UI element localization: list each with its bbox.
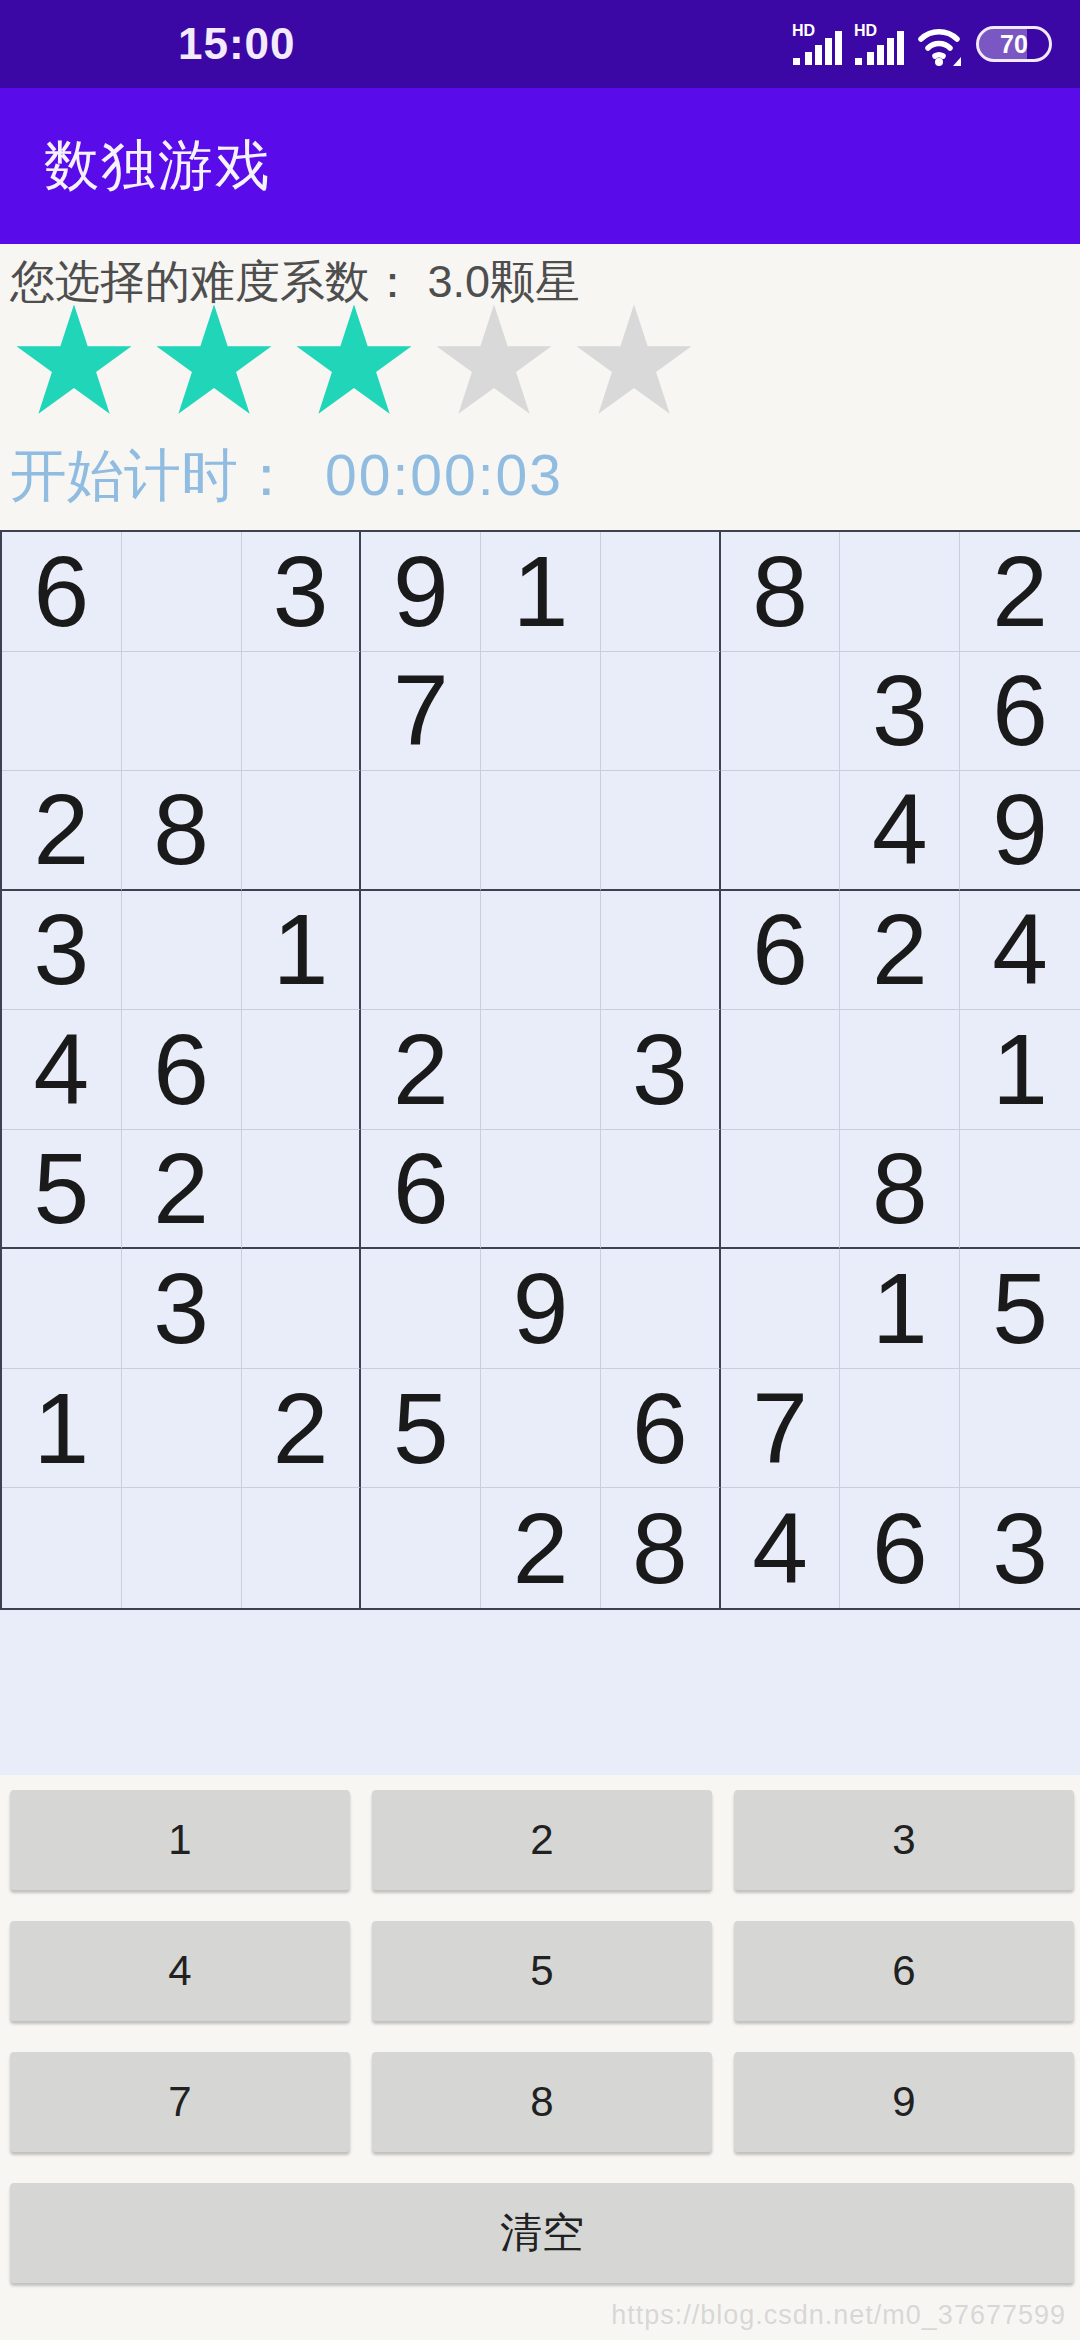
keypad-button-4[interactable]: 4 bbox=[10, 1921, 350, 2021]
star-filled-icon[interactable]: ★ bbox=[4, 284, 144, 439]
sudoku-cell[interactable]: 8 bbox=[840, 1130, 960, 1250]
sudoku-cell[interactable]: 8 bbox=[601, 1488, 721, 1608]
sudoku-cell[interactable]: 2 bbox=[840, 891, 960, 1011]
status-bar: 15:00 HD HD bbox=[0, 0, 1080, 88]
clear-button[interactable]: 清空 bbox=[10, 2183, 1074, 2283]
sudoku-cell[interactable]: 1 bbox=[481, 532, 601, 652]
keypad-button-8[interactable]: 8 bbox=[372, 2052, 712, 2152]
star-empty-icon[interactable]: ★ bbox=[424, 284, 564, 439]
sudoku-cell[interactable]: 2 bbox=[481, 1488, 601, 1608]
sudoku-cell[interactable]: 1 bbox=[242, 891, 362, 1011]
difficulty-rating-bar[interactable]: ★★★★★ bbox=[4, 284, 704, 439]
sudoku-cell[interactable]: 3 bbox=[2, 891, 122, 1011]
sudoku-cell[interactable]: 2 bbox=[960, 532, 1080, 652]
battery-icon: 70 bbox=[976, 26, 1052, 62]
sudoku-cell[interactable] bbox=[481, 891, 601, 1011]
star-empty-icon[interactable]: ★ bbox=[564, 284, 704, 439]
clock-text: 15:00 bbox=[178, 0, 296, 88]
hd-signal-icon: HD bbox=[792, 21, 842, 67]
sudoku-cell[interactable]: 3 bbox=[840, 652, 960, 772]
sudoku-cell[interactable] bbox=[481, 771, 601, 891]
sudoku-cell[interactable] bbox=[122, 1369, 242, 1489]
keypad-button-3[interactable]: 3 bbox=[734, 1790, 1074, 1890]
sudoku-cell[interactable] bbox=[122, 532, 242, 652]
sudoku-board: 6391827362849316244623152683915125672846… bbox=[0, 530, 1080, 1775]
sudoku-cell[interactable]: 4 bbox=[2, 1010, 122, 1130]
keypad-button-2[interactable]: 2 bbox=[372, 1790, 712, 1890]
sudoku-cell[interactable] bbox=[960, 1369, 1080, 1489]
timer-label: 开始计时： bbox=[10, 443, 295, 507]
sudoku-cell[interactable]: 8 bbox=[721, 532, 841, 652]
sudoku-cell[interactable] bbox=[960, 1130, 1080, 1250]
sudoku-cell[interactable]: 3 bbox=[242, 532, 362, 652]
sudoku-cell[interactable] bbox=[361, 1249, 481, 1369]
sudoku-cell[interactable] bbox=[242, 1488, 362, 1608]
sudoku-cell[interactable] bbox=[2, 652, 122, 772]
app-bar: 数独游戏 bbox=[0, 88, 1080, 244]
sudoku-cell[interactable] bbox=[721, 771, 841, 891]
timer: 开始计时：00:00:03 bbox=[10, 438, 563, 515]
sudoku-cell[interactable] bbox=[481, 1369, 601, 1489]
sudoku-cell[interactable] bbox=[840, 1010, 960, 1130]
sudoku-cell[interactable]: 6 bbox=[721, 891, 841, 1011]
sudoku-cell[interactable]: 5 bbox=[361, 1369, 481, 1489]
sudoku-cell[interactable]: 2 bbox=[242, 1369, 362, 1489]
sudoku-cell[interactable] bbox=[242, 1010, 362, 1130]
sudoku-cell[interactable]: 4 bbox=[840, 771, 960, 891]
sudoku-cell[interactable] bbox=[122, 652, 242, 772]
sudoku-cell[interactable] bbox=[361, 771, 481, 891]
sudoku-cell[interactable]: 6 bbox=[2, 532, 122, 652]
wifi-icon bbox=[916, 20, 964, 68]
sudoku-cell[interactable]: 7 bbox=[721, 1369, 841, 1489]
sudoku-cell[interactable]: 3 bbox=[601, 1010, 721, 1130]
sudoku-cell[interactable] bbox=[242, 771, 362, 891]
keypad-button-7[interactable]: 7 bbox=[10, 2052, 350, 2152]
sudoku-cell[interactable]: 2 bbox=[122, 1130, 242, 1250]
battery-percent: 70 bbox=[1000, 30, 1028, 59]
sudoku-cell[interactable] bbox=[601, 532, 721, 652]
sudoku-cell[interactable]: 5 bbox=[2, 1130, 122, 1250]
sudoku-cell[interactable]: 6 bbox=[960, 652, 1080, 772]
sudoku-cell[interactable]: 7 bbox=[361, 652, 481, 772]
sudoku-cell[interactable]: 6 bbox=[840, 1488, 960, 1608]
sudoku-cell[interactable] bbox=[721, 1130, 841, 1250]
sudoku-app-screen: 15:00 HD HD bbox=[0, 0, 1080, 2340]
sudoku-cell[interactable]: 4 bbox=[960, 891, 1080, 1011]
sudoku-cell[interactable]: 6 bbox=[122, 1010, 242, 1130]
sudoku-cell[interactable] bbox=[840, 1369, 960, 1489]
star-filled-icon[interactable]: ★ bbox=[284, 284, 424, 439]
sudoku-cell[interactable]: 9 bbox=[960, 771, 1080, 891]
sudoku-cell[interactable]: 2 bbox=[2, 771, 122, 891]
sudoku-cell[interactable] bbox=[721, 1249, 841, 1369]
sudoku-cell[interactable] bbox=[122, 1488, 242, 1608]
sudoku-cell[interactable]: 1 bbox=[840, 1249, 960, 1369]
sudoku-cell[interactable]: 6 bbox=[601, 1369, 721, 1489]
page-title: 数独游戏 bbox=[44, 129, 272, 203]
sudoku-cell[interactable]: 9 bbox=[481, 1249, 601, 1369]
sudoku-cell[interactable]: 9 bbox=[361, 532, 481, 652]
sudoku-cell[interactable] bbox=[601, 652, 721, 772]
svg-text:HD: HD bbox=[854, 22, 877, 39]
sudoku-cell[interactable] bbox=[601, 1130, 721, 1250]
sudoku-cell[interactable] bbox=[122, 891, 242, 1011]
sudoku-cell[interactable] bbox=[242, 1249, 362, 1369]
sudoku-cell[interactable] bbox=[601, 771, 721, 891]
sudoku-cell[interactable] bbox=[481, 1130, 601, 1250]
sudoku-cell[interactable] bbox=[481, 1010, 601, 1130]
sudoku-cell[interactable]: 3 bbox=[960, 1488, 1080, 1608]
sudoku-cell[interactable] bbox=[601, 1249, 721, 1369]
star-filled-icon[interactable]: ★ bbox=[144, 284, 284, 439]
keypad-button-1[interactable]: 1 bbox=[10, 1790, 350, 1890]
sudoku-cell[interactable]: 4 bbox=[721, 1488, 841, 1608]
sudoku-cell[interactable]: 1 bbox=[2, 1369, 122, 1489]
sudoku-cell[interactable] bbox=[2, 1249, 122, 1369]
sudoku-cell[interactable]: 3 bbox=[122, 1249, 242, 1369]
sudoku-cell[interactable] bbox=[2, 1488, 122, 1608]
sudoku-cell[interactable] bbox=[721, 1010, 841, 1130]
sudoku-cell[interactable]: 8 bbox=[122, 771, 242, 891]
keypad-button-5[interactable]: 5 bbox=[372, 1921, 712, 2021]
sudoku-cell[interactable] bbox=[361, 891, 481, 1011]
sudoku-cell[interactable] bbox=[481, 652, 601, 772]
sudoku-cell[interactable] bbox=[721, 652, 841, 772]
sudoku-cell[interactable]: 6 bbox=[361, 1130, 481, 1250]
sudoku-cell[interactable]: 1 bbox=[960, 1010, 1080, 1130]
watermark-text: https://blog.csdn.net/m0_37677599 bbox=[611, 2300, 1066, 2331]
sudoku-cell[interactable] bbox=[242, 652, 362, 772]
keypad-button-9[interactable]: 9 bbox=[734, 2052, 1074, 2152]
sudoku-cell[interactable] bbox=[601, 891, 721, 1011]
keypad-button-6[interactable]: 6 bbox=[734, 1921, 1074, 2021]
status-icons: HD HD bbox=[792, 0, 1052, 88]
timer-value: 00:00:03 bbox=[325, 443, 563, 507]
sudoku-cell[interactable] bbox=[242, 1130, 362, 1250]
sudoku-cell[interactable]: 2 bbox=[361, 1010, 481, 1130]
sudoku-grid[interactable]: 6391827362849316244623152683915125672846… bbox=[0, 530, 1080, 1610]
sudoku-cell[interactable] bbox=[840, 532, 960, 652]
svg-text:HD: HD bbox=[792, 22, 815, 39]
sudoku-cell[interactable] bbox=[361, 1488, 481, 1608]
hd-signal-icon: HD bbox=[854, 21, 904, 67]
sudoku-cell[interactable]: 5 bbox=[960, 1249, 1080, 1369]
